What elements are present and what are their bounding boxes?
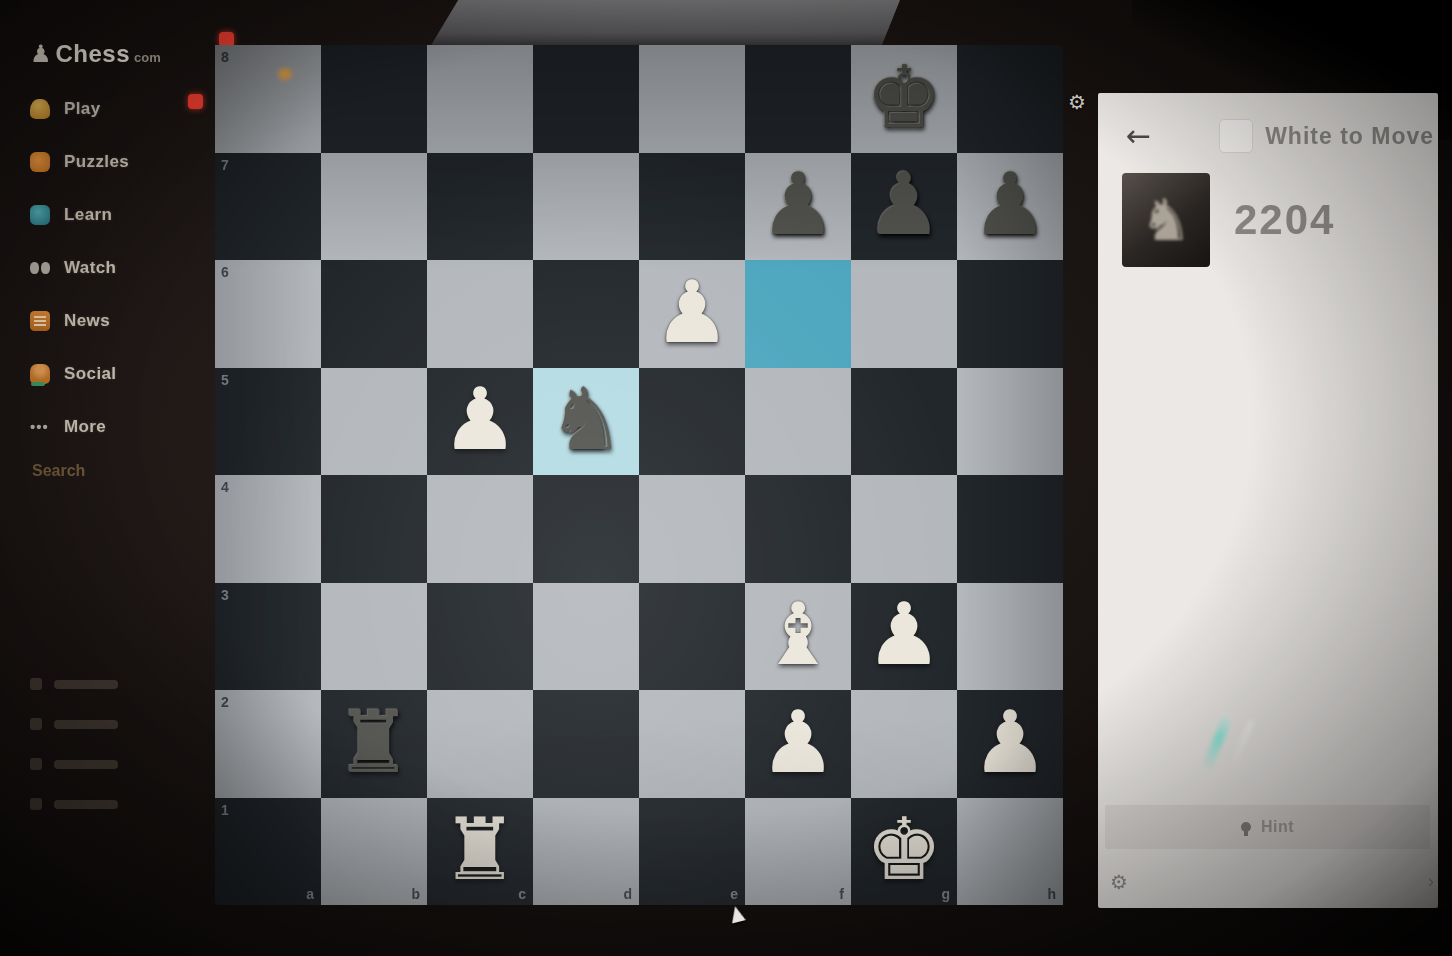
white-rook[interactable]: ♜ (427, 798, 533, 906)
square-g3[interactable]: ♟ (851, 583, 957, 691)
square-a7[interactable]: 7 (215, 153, 321, 261)
lightbulb-icon (1241, 822, 1251, 832)
square-d1[interactable]: d (533, 798, 639, 906)
square-a8[interactable]: 8 (215, 45, 321, 153)
square-c4[interactable] (427, 475, 533, 583)
square-a1[interactable]: 1a (215, 798, 321, 906)
square-f7[interactable]: ♟ (745, 153, 851, 261)
sidebar-item-more[interactable]: •••More (30, 408, 220, 446)
file-label-e: e (730, 886, 738, 902)
square-b4[interactable] (321, 475, 427, 583)
square-b5[interactable] (321, 368, 427, 476)
square-c2[interactable] (427, 690, 533, 798)
footer-icon (30, 678, 42, 690)
sidebar-item-news[interactable]: News (30, 302, 220, 340)
notification-badge (188, 94, 203, 109)
sidebar-item-label: More (64, 417, 106, 437)
square-f4[interactable] (745, 475, 851, 583)
sidebar-item-learn[interactable]: Learn (30, 196, 220, 234)
square-a6[interactable]: 6 (215, 260, 321, 368)
footer-icon (30, 718, 42, 730)
square-d4[interactable] (533, 475, 639, 583)
footer-item[interactable] (30, 751, 220, 777)
sidebar: ♟ Chess com PlayPuzzlesLearnWatchNewsSoc… (30, 40, 220, 831)
square-a4[interactable]: 4 (215, 475, 321, 583)
puzzle-panel: ← White to Move ♞ 2204 Hint ⚙ › (1098, 93, 1438, 908)
board-settings-gear-icon[interactable]: ⚙ (1068, 90, 1086, 114)
square-h5[interactable] (957, 368, 1063, 476)
rank-label-1: 1 (221, 802, 229, 818)
file-label-b: b (411, 886, 420, 902)
square-c7[interactable] (427, 153, 533, 261)
square-h8[interactable] (957, 45, 1063, 153)
white-pawn[interactable]: ♟ (851, 583, 957, 691)
white-pawn[interactable]: ♟ (957, 690, 1063, 798)
puzzle-thumbnail[interactable]: ♞ (1122, 173, 1210, 267)
rank-label-3: 3 (221, 587, 229, 603)
sidebar-item-watch[interactable]: Watch (30, 249, 220, 287)
mouse-cursor (728, 905, 745, 924)
square-d2[interactable] (533, 690, 639, 798)
social-icon (30, 364, 50, 384)
logo-suffix: com (134, 50, 161, 65)
rank-label-6: 6 (221, 264, 229, 280)
square-e7[interactable] (639, 153, 745, 261)
sidebar-item-social[interactable]: Social (30, 355, 220, 393)
square-h4[interactable] (957, 475, 1063, 583)
square-h7[interactable]: ♟ (957, 153, 1063, 261)
hint-label: Hint (1261, 818, 1294, 836)
square-a2[interactable]: 2 (215, 690, 321, 798)
white-bishop[interactable]: ♝ (745, 583, 851, 691)
square-c5[interactable]: ♟ (427, 368, 533, 476)
board-area: 8♚7♟♟♟6♟5♟♞43♝♟2♜♟♟1abc♜defg♚h (215, 45, 1063, 905)
footer-icon (30, 758, 42, 770)
rank-label-4: 4 (221, 479, 229, 495)
square-g2[interactable] (851, 690, 957, 798)
panel-header: ← White to Move (1098, 93, 1438, 153)
binoculars-icon (30, 258, 50, 278)
news-icon (30, 311, 50, 331)
black-king[interactable]: ♚ (851, 45, 957, 153)
square-e1[interactable]: e (639, 798, 745, 906)
square-c8[interactable] (427, 45, 533, 153)
chevron-right-icon[interactable]: › (1428, 871, 1434, 892)
file-label-a: a (306, 886, 314, 902)
square-e6[interactable]: ♟ (639, 260, 745, 368)
rank-label-2: 2 (221, 694, 229, 710)
square-e8[interactable] (639, 45, 745, 153)
panel-settings-gear-icon[interactable]: ⚙ (1110, 870, 1128, 894)
sidebar-item-label: Puzzles (64, 152, 129, 172)
square-e2[interactable] (639, 690, 745, 798)
black-rook[interactable]: ♜ (321, 690, 427, 798)
sidebar-item-puzzles[interactable]: Puzzles (30, 143, 220, 181)
panel-title: White to Move (1265, 123, 1434, 150)
square-d7[interactable] (533, 153, 639, 261)
file-label-d: d (623, 886, 632, 902)
square-b8[interactable] (321, 45, 427, 153)
square-c1[interactable]: c♜ (427, 798, 533, 906)
back-arrow-icon[interactable]: ← (1126, 121, 1151, 151)
chesscom-logo[interactable]: ♟ Chess com (30, 40, 220, 68)
pawn-logo-icon: ♟ (30, 40, 52, 68)
puzzle-icon (30, 152, 50, 172)
screen-bezel-glare (430, 0, 900, 47)
sidebar-item-label: Social (64, 364, 116, 384)
white-pawn[interactable]: ♟ (639, 260, 745, 368)
puzzle-rating: 2204 (1234, 196, 1335, 244)
knight-photo-icon: ♞ (1122, 173, 1210, 267)
square-h3[interactable] (957, 583, 1063, 691)
square-f5[interactable] (745, 368, 851, 476)
file-label-h: h (1047, 886, 1056, 902)
square-e5[interactable] (639, 368, 745, 476)
hint-button[interactable]: Hint (1105, 805, 1430, 849)
footer-item[interactable] (30, 711, 220, 737)
rank-label-5: 5 (221, 372, 229, 388)
trophy-icon (30, 99, 50, 119)
black-knight[interactable]: ♞ (533, 368, 639, 476)
search-row (30, 461, 220, 481)
square-c3[interactable] (427, 583, 533, 691)
sidebar-item-label: Watch (64, 258, 116, 278)
square-b7[interactable] (321, 153, 427, 261)
square-d8[interactable] (533, 45, 639, 153)
chess-board[interactable]: 8♚7♟♟♟6♟5♟♞43♝♟2♜♟♟1abc♜defg♚h (215, 45, 1063, 905)
sidebar-item-label: Learn (64, 205, 112, 225)
square-d3[interactable] (533, 583, 639, 691)
square-g7[interactable]: ♟ (851, 153, 957, 261)
black-pawn[interactable]: ♟ (957, 153, 1063, 261)
square-h1[interactable]: h (957, 798, 1063, 906)
square-d6[interactable] (533, 260, 639, 368)
learn-icon (30, 205, 50, 225)
square-c6[interactable] (427, 260, 533, 368)
square-g5[interactable] (851, 368, 957, 476)
logo-text: Chess (56, 40, 131, 68)
more-icon: ••• (30, 417, 50, 437)
square-f1[interactable]: f (745, 798, 851, 906)
white-pawn[interactable]: ♟ (427, 368, 533, 476)
square-f6[interactable] (745, 260, 851, 368)
sidebar-footer (30, 671, 220, 817)
file-label-f: f (839, 886, 844, 902)
footer-icon (30, 798, 42, 810)
square-b3[interactable] (321, 583, 427, 691)
square-f3[interactable]: ♝ (745, 583, 851, 691)
glare-spot (278, 68, 292, 80)
white-turn-indicator-icon (1219, 119, 1253, 153)
square-e3[interactable] (639, 583, 745, 691)
footer-item[interactable] (30, 791, 220, 817)
square-b1[interactable]: b (321, 798, 427, 906)
white-king[interactable]: ♚ (851, 798, 957, 906)
square-d5[interactable]: ♞ (533, 368, 639, 476)
search-input[interactable] (30, 461, 194, 481)
rank-label-8: 8 (221, 49, 229, 65)
square-g4[interactable] (851, 475, 957, 583)
square-g1[interactable]: g♚ (851, 798, 957, 906)
black-pawn[interactable]: ♟ (851, 153, 957, 261)
square-h2[interactable]: ♟ (957, 690, 1063, 798)
square-b2[interactable]: ♜ (321, 690, 427, 798)
sidebar-item-label: Play (64, 99, 101, 119)
square-h6[interactable] (957, 260, 1063, 368)
square-a3[interactable]: 3 (215, 583, 321, 691)
square-g6[interactable] (851, 260, 957, 368)
footer-item[interactable] (30, 671, 220, 697)
square-a5[interactable]: 5 (215, 368, 321, 476)
square-f8[interactable] (745, 45, 851, 153)
rank-label-7: 7 (221, 157, 229, 173)
sidebar-item-play[interactable]: Play (30, 90, 220, 128)
square-b6[interactable] (321, 260, 427, 368)
black-pawn[interactable]: ♟ (745, 153, 851, 261)
white-pawn[interactable]: ♟ (745, 690, 851, 798)
square-e4[interactable] (639, 475, 745, 583)
title-group: White to Move (1219, 119, 1434, 153)
rating-row: ♞ 2204 (1098, 153, 1438, 267)
sidebar-item-label: News (64, 311, 110, 331)
square-g8[interactable]: ♚ (851, 45, 957, 153)
square-f2[interactable]: ♟ (745, 690, 851, 798)
